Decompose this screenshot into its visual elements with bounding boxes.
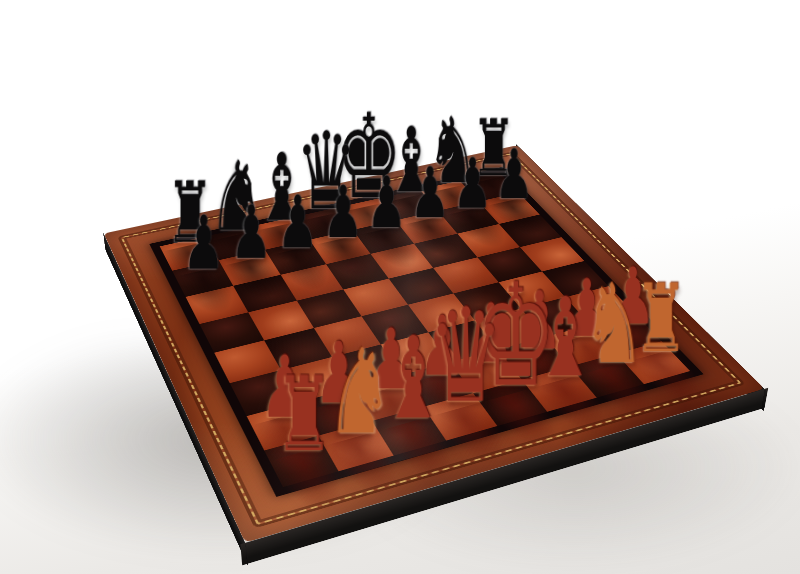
scene: ♜♞♝♛♚♝♞♜♟♟♟♟♟♟♟♟♟♟♟♟♟♟♟♟♜♞♝♛♚♝♞♜ [0,0,800,574]
piece-red-rook-a1[interactable]: ♜ [234,363,374,466]
red-rook-glyph: ♜ [260,363,350,466]
piece-black-pawn-a7[interactable]: ♟ [146,206,263,280]
chess-board: ♜♞♝♛♚♝♞♜♟♟♟♟♟♟♟♟♟♟♟♟♟♟♟♟♜♞♝♛♚♝♞♜ [104,145,765,543]
black-pawn-glyph: ♟ [167,206,242,280]
